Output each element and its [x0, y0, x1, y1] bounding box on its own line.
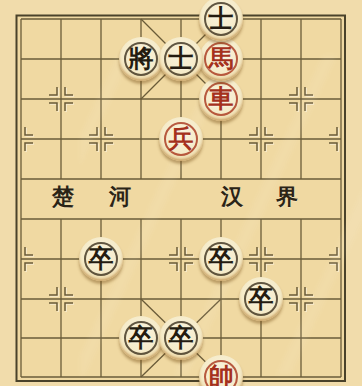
piece-black-advisor[interactable]: 士 [159, 37, 203, 81]
piece-black-general[interactable]: 將 [119, 37, 163, 81]
piece-ring [164, 321, 198, 355]
piece-ring [204, 242, 238, 276]
piece-ring [84, 242, 118, 276]
piece-glyph: 士 [209, 6, 234, 31]
piece-glyph: 卒 [129, 325, 154, 350]
piece-ring [244, 282, 278, 316]
piece-ring [124, 42, 158, 76]
piece-black-soldier[interactable]: 卒 [239, 277, 283, 321]
piece-glyph: 卒 [249, 286, 274, 311]
piece-glyph: 兵 [169, 126, 194, 151]
piece-red-horse[interactable]: 馬 [199, 37, 243, 81]
piece-ring [204, 360, 238, 386]
piece-black-soldier[interactable]: 卒 [79, 237, 123, 281]
piece-ring [204, 82, 238, 116]
piece-glyph: 車 [209, 86, 234, 111]
piece-glyph: 帥 [209, 364, 234, 386]
piece-ring [204, 42, 238, 76]
piece-red-soldier[interactable]: 兵 [159, 117, 203, 161]
piece-black-soldier[interactable]: 卒 [159, 316, 203, 360]
piece-glyph: 卒 [169, 325, 194, 350]
piece-ring [164, 122, 198, 156]
piece-ring [164, 42, 198, 76]
piece-black-soldier[interactable]: 卒 [199, 237, 243, 281]
piece-glyph: 卒 [209, 246, 234, 271]
piece-glyph: 將 [129, 46, 154, 71]
piece-glyph: 士 [169, 46, 194, 71]
piece-glyph: 馬 [209, 46, 234, 71]
piece-black-soldier[interactable]: 卒 [119, 316, 163, 360]
piece-glyph: 卒 [89, 246, 114, 271]
piece-ring [124, 321, 158, 355]
piece-red-chariot[interactable]: 車 [199, 77, 243, 121]
xiangqi-board[interactable]: 楚河汉界 車馬將士士兵卒卒卒卒卒帥 [0, 0, 362, 386]
piece-ring [204, 2, 238, 36]
